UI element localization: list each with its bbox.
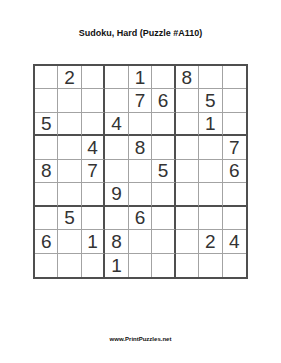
cell-r7c5: 6 <box>129 207 152 230</box>
cell-r1c6 <box>152 66 175 89</box>
cell-r2c6: 6 <box>152 89 175 112</box>
cell-r2c9 <box>223 89 246 112</box>
cell-r5c6: 5 <box>152 160 175 183</box>
puzzle-title: Sudoku, Hard (Puzzle #A110) <box>0 28 281 38</box>
cell-r5c9: 6 <box>223 160 246 183</box>
cell-r6c8 <box>199 183 222 206</box>
cell-r6c5 <box>129 183 152 206</box>
cell-r7c3 <box>82 207 105 230</box>
cell-r5c8 <box>199 160 222 183</box>
cell-r2c1 <box>35 89 58 112</box>
cell-r4c6 <box>152 136 175 159</box>
cell-r9c3 <box>82 254 105 277</box>
cell-r6c1 <box>35 183 58 206</box>
cell-r3c1: 5 <box>35 113 58 136</box>
cell-r4c3: 4 <box>82 136 105 159</box>
cell-r5c1: 8 <box>35 160 58 183</box>
cell-r1c7: 8 <box>176 66 199 89</box>
cell-r9c6 <box>152 254 175 277</box>
cell-r8c3: 1 <box>82 230 105 253</box>
cell-r2c8: 5 <box>199 89 222 112</box>
cell-r3c6 <box>152 113 175 136</box>
cell-r6c2 <box>58 183 81 206</box>
cell-r9c5 <box>129 254 152 277</box>
cell-r2c4 <box>105 89 128 112</box>
puzzle-page: Sudoku, Hard (Puzzle #A110) 218765541487… <box>0 0 281 363</box>
cell-r7c2: 5 <box>58 207 81 230</box>
cell-r8c5 <box>129 230 152 253</box>
cell-r1c5: 1 <box>129 66 152 89</box>
cell-r8c7 <box>176 230 199 253</box>
cell-r4c8 <box>199 136 222 159</box>
cell-r7c9 <box>223 207 246 230</box>
cell-r8c2 <box>58 230 81 253</box>
cell-r7c8 <box>199 207 222 230</box>
cell-r9c8 <box>199 254 222 277</box>
cell-r9c1 <box>35 254 58 277</box>
cell-r3c3 <box>82 113 105 136</box>
cell-r4c7 <box>176 136 199 159</box>
cell-r4c9: 7 <box>223 136 246 159</box>
cell-r7c4 <box>105 207 128 230</box>
cell-r3c8: 1 <box>199 113 222 136</box>
cell-r1c3 <box>82 66 105 89</box>
sudoku-board: 2187655414878756956618241 <box>33 64 248 279</box>
cell-r9c7 <box>176 254 199 277</box>
cell-r6c3 <box>82 183 105 206</box>
cell-r2c2 <box>58 89 81 112</box>
cell-r6c9 <box>223 183 246 206</box>
cell-r3c4: 4 <box>105 113 128 136</box>
cell-r1c9 <box>223 66 246 89</box>
cell-r5c2 <box>58 160 81 183</box>
cell-r1c2: 2 <box>58 66 81 89</box>
cell-r8c6 <box>152 230 175 253</box>
cell-r1c8 <box>199 66 222 89</box>
cell-r3c7 <box>176 113 199 136</box>
cell-r5c5 <box>129 160 152 183</box>
cell-r6c7 <box>176 183 199 206</box>
cell-r2c3 <box>82 89 105 112</box>
cell-r1c1 <box>35 66 58 89</box>
cell-r9c2 <box>58 254 81 277</box>
cell-r5c4 <box>105 160 128 183</box>
cell-r3c9 <box>223 113 246 136</box>
cell-r7c7 <box>176 207 199 230</box>
cell-r5c3: 7 <box>82 160 105 183</box>
cell-r7c6 <box>152 207 175 230</box>
cell-r8c9: 4 <box>223 230 246 253</box>
cell-r6c4: 9 <box>105 183 128 206</box>
cell-r4c5: 8 <box>129 136 152 159</box>
cell-r6c6 <box>152 183 175 206</box>
cell-r3c2 <box>58 113 81 136</box>
cell-r4c1 <box>35 136 58 159</box>
cell-r5c7 <box>176 160 199 183</box>
cell-r4c4 <box>105 136 128 159</box>
cell-r7c1 <box>35 207 58 230</box>
cell-r2c5: 7 <box>129 89 152 112</box>
cell-r4c2 <box>58 136 81 159</box>
cell-r9c4: 1 <box>105 254 128 277</box>
cell-r8c4: 8 <box>105 230 128 253</box>
cell-r8c1: 6 <box>35 230 58 253</box>
cell-r3c5 <box>129 113 152 136</box>
cell-r9c9 <box>223 254 246 277</box>
footer-url: www.PrintPuzzles.net <box>0 336 281 342</box>
cell-r2c7 <box>176 89 199 112</box>
cell-r1c4 <box>105 66 128 89</box>
cell-r8c8: 2 <box>199 230 222 253</box>
